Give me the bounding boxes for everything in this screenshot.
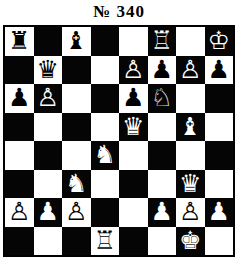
- square-b8: [34, 27, 63, 56]
- square-h2: ♟: [205, 198, 234, 227]
- white-pawn: ♟: [151, 198, 173, 227]
- square-h6: [205, 84, 234, 113]
- white-queen: ♛: [179, 170, 201, 199]
- square-d3: [91, 170, 120, 199]
- square-f2: ♟: [148, 198, 177, 227]
- square-a4: [5, 141, 34, 170]
- square-a6: ♟: [5, 84, 34, 113]
- square-a1: [5, 227, 34, 256]
- square-b6: ♙: [34, 84, 63, 113]
- square-g5: ♝: [176, 113, 205, 142]
- square-f3: [148, 170, 177, 199]
- square-c3: ♞: [62, 170, 91, 199]
- square-b5: [34, 113, 63, 142]
- square-c4: [62, 141, 91, 170]
- square-f8: ♖: [148, 27, 177, 56]
- black-pawn: ♟: [8, 84, 30, 113]
- square-e4: [119, 141, 148, 170]
- square-h8: ♔: [205, 27, 234, 56]
- square-c1: [62, 227, 91, 256]
- square-e2: [119, 198, 148, 227]
- white-pawn: ♙: [65, 198, 87, 227]
- square-d5: [91, 113, 120, 142]
- square-d6: [91, 84, 120, 113]
- square-d1: ♖: [91, 227, 120, 256]
- black-pawn: ♟: [151, 56, 173, 85]
- white-pawn: ♟: [37, 198, 59, 227]
- black-knight: ♘: [151, 84, 173, 113]
- square-f4: [148, 141, 177, 170]
- square-e5: ♛: [119, 113, 148, 142]
- black-pawn: ♙: [122, 56, 144, 85]
- black-pawn: ♟: [122, 84, 144, 113]
- square-h5: [205, 113, 234, 142]
- black-rook: ♜: [8, 27, 30, 56]
- white-pawn: ♟: [208, 198, 230, 227]
- square-f5: [148, 113, 177, 142]
- chess-board: ♜♝♖♔♛♙♟♙♟♟♙♟♘♛♝♞♞♛♙♟♙♟♙♟♖♚: [3, 25, 235, 257]
- white-knight: ♞: [65, 170, 87, 199]
- square-h7: ♟: [205, 56, 234, 85]
- square-d7: [91, 56, 120, 85]
- white-rook: ♖: [94, 227, 116, 256]
- square-c7: [62, 56, 91, 85]
- square-h1: [205, 227, 234, 256]
- white-king: ♚: [179, 227, 201, 256]
- square-b1: [34, 227, 63, 256]
- black-pawn: ♙: [37, 84, 59, 113]
- black-king: ♔: [208, 27, 230, 56]
- square-a8: ♜: [5, 27, 34, 56]
- black-bishop: ♝: [65, 27, 87, 56]
- square-e6: ♟: [119, 84, 148, 113]
- white-pawn: ♙: [8, 198, 30, 227]
- black-rook: ♖: [151, 27, 173, 56]
- square-c6: [62, 84, 91, 113]
- square-b2: ♟: [34, 198, 63, 227]
- square-e7: ♙: [119, 56, 148, 85]
- square-a3: [5, 170, 34, 199]
- black-pawn: ♙: [179, 56, 201, 85]
- square-d8: [91, 27, 120, 56]
- black-pawn: ♟: [208, 56, 230, 85]
- square-d4: ♞: [91, 141, 120, 170]
- square-c5: [62, 113, 91, 142]
- square-c2: ♙: [62, 198, 91, 227]
- square-g4: [176, 141, 205, 170]
- puzzle-number: № 340: [0, 2, 238, 22]
- square-d2: [91, 198, 120, 227]
- black-queen: ♛: [37, 56, 59, 85]
- white-pawn: ♙: [179, 198, 201, 227]
- white-knight: ♞: [94, 141, 116, 170]
- square-b3: [34, 170, 63, 199]
- square-a7: [5, 56, 34, 85]
- square-e8: [119, 27, 148, 56]
- square-b4: [34, 141, 63, 170]
- white-bishop: ♝: [179, 113, 201, 142]
- square-f6: ♘: [148, 84, 177, 113]
- square-c8: ♝: [62, 27, 91, 56]
- square-e1: [119, 227, 148, 256]
- square-g6: [176, 84, 205, 113]
- square-e3: [119, 170, 148, 199]
- square-h4: [205, 141, 234, 170]
- square-a2: ♙: [5, 198, 34, 227]
- square-h3: [205, 170, 234, 199]
- square-f7: ♟: [148, 56, 177, 85]
- square-g2: ♙: [176, 198, 205, 227]
- square-g8: [176, 27, 205, 56]
- square-g7: ♙: [176, 56, 205, 85]
- square-a5: [5, 113, 34, 142]
- white-queen: ♛: [122, 113, 144, 142]
- square-b7: ♛: [34, 56, 63, 85]
- square-g1: ♚: [176, 227, 205, 256]
- square-f1: [148, 227, 177, 256]
- square-g3: ♛: [176, 170, 205, 199]
